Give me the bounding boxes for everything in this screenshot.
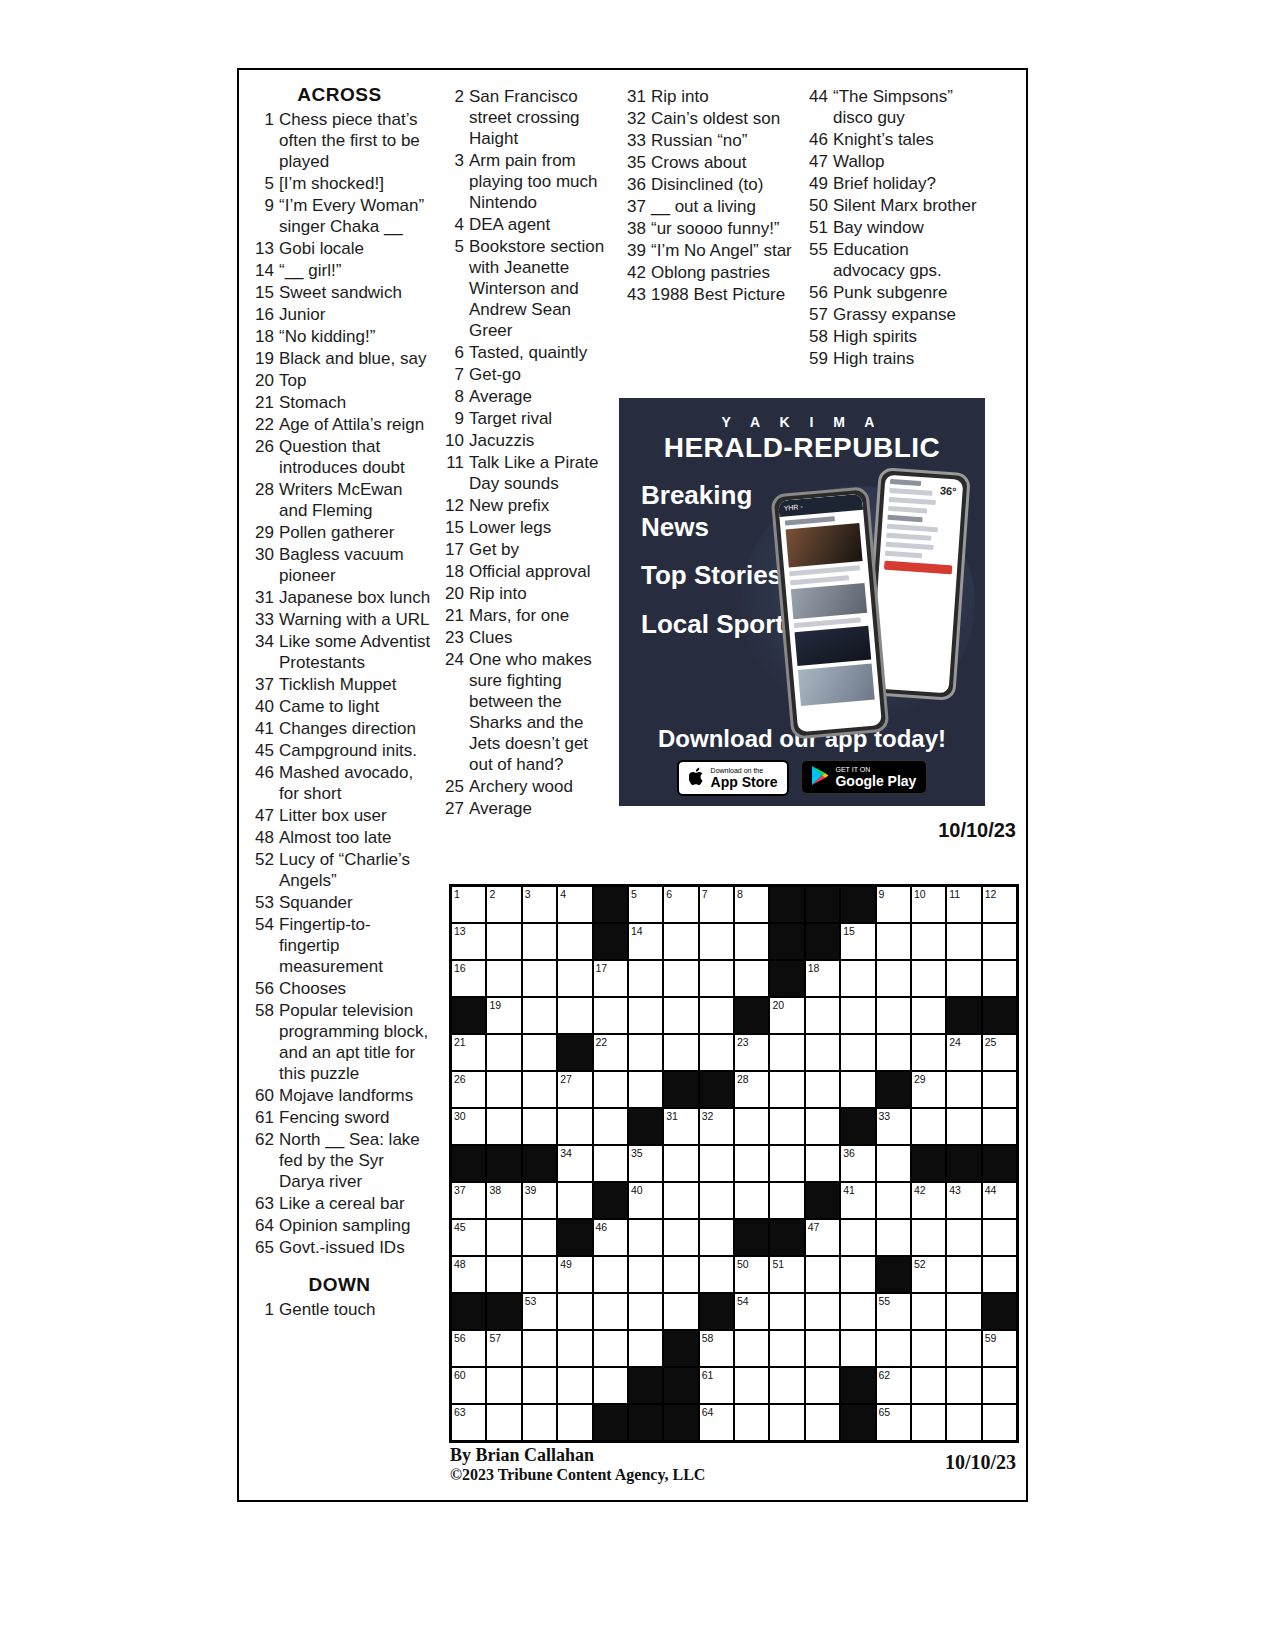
- grid-cell[interactable]: 41: [841, 1183, 874, 1218]
- grid-cell[interactable]: [487, 1072, 520, 1107]
- clue-text: Fingertip-to-fingertip measurement: [279, 914, 431, 977]
- clue-number: 3: [437, 150, 469, 213]
- clue: 30Bagless vacuum pioneer: [247, 544, 435, 586]
- cell-number: 18: [808, 962, 820, 974]
- grid-cell[interactable]: 43: [947, 1183, 980, 1218]
- grid-cell[interactable]: [770, 1072, 803, 1107]
- grid-cell[interactable]: [523, 1257, 556, 1292]
- cell-number: 57: [489, 1332, 501, 1344]
- clue: 16Junior: [247, 304, 435, 325]
- grid-cell[interactable]: [594, 1146, 627, 1181]
- grid-cell[interactable]: 20: [770, 998, 803, 1033]
- clue-text: “__ girl!”: [279, 260, 431, 281]
- grid-cell[interactable]: [877, 961, 910, 996]
- grid-cell[interactable]: [912, 1220, 945, 1255]
- clue-number: 61: [247, 1107, 279, 1128]
- clue-number: 5: [247, 173, 279, 194]
- grid-cell[interactable]: [912, 1035, 945, 1070]
- grid-cell[interactable]: [841, 1220, 874, 1255]
- clue-text: Archery wood: [469, 776, 615, 797]
- clue: 48Almost too late: [247, 827, 435, 848]
- grid-cell[interactable]: [806, 998, 839, 1033]
- clue-number: 11: [437, 452, 469, 494]
- cell-number: 24: [949, 1036, 961, 1048]
- grid-cell[interactable]: [594, 1257, 627, 1292]
- clue-text: Changes direction: [279, 718, 431, 739]
- grid-cell[interactable]: [770, 1183, 803, 1218]
- grid-cell[interactable]: 9: [877, 887, 910, 922]
- grid-cell[interactable]: [770, 1405, 803, 1440]
- grid-cell[interactable]: 57: [487, 1331, 520, 1366]
- down-header: DOWN: [247, 1274, 432, 1296]
- clue: 54Fingertip-to-fingertip measurement: [247, 914, 435, 977]
- grid-cell[interactable]: 65: [877, 1405, 910, 1440]
- cell-number: 11: [949, 888, 960, 900]
- grid-cell[interactable]: 29: [912, 1072, 945, 1107]
- grid-black-cell: [841, 887, 874, 922]
- grid-black-cell: [806, 924, 839, 959]
- grid-cell[interactable]: [700, 998, 733, 1033]
- grid-cell[interactable]: 49: [558, 1257, 591, 1292]
- grid-cell[interactable]: [700, 924, 733, 959]
- clue: 51Bay window: [801, 217, 991, 238]
- grid-cell[interactable]: 4: [558, 887, 591, 922]
- google-play-badge[interactable]: GET IT ON Google Play: [801, 760, 927, 794]
- grid-cell[interactable]: 62: [877, 1368, 910, 1403]
- grid-cell[interactable]: [629, 998, 662, 1033]
- clue-number: 12: [437, 495, 469, 516]
- grid-cell[interactable]: 8: [735, 887, 768, 922]
- grid-cell[interactable]: [664, 998, 697, 1033]
- grid-cell[interactable]: [806, 1146, 839, 1181]
- grid-cell[interactable]: [558, 1294, 591, 1329]
- grid-cell[interactable]: [912, 924, 945, 959]
- grid-black-cell: [735, 1220, 768, 1255]
- grid-cell[interactable]: [664, 961, 697, 996]
- grid-cell[interactable]: 46: [594, 1220, 627, 1255]
- grid-cell[interactable]: [700, 1183, 733, 1218]
- phone-screen: YHR ◦: [778, 494, 882, 732]
- grid-cell[interactable]: [558, 924, 591, 959]
- clue-text: Tasted, quaintly: [469, 342, 615, 363]
- clue-number: 43: [619, 284, 651, 305]
- grid-cell[interactable]: [487, 924, 520, 959]
- grid-cell[interactable]: [558, 1368, 591, 1403]
- clue-text: Cain’s oldest son: [651, 108, 797, 129]
- grid-cell[interactable]: [877, 1146, 910, 1181]
- grid-cell[interactable]: [947, 924, 980, 959]
- grid-cell[interactable]: [664, 1220, 697, 1255]
- grid-cell[interactable]: 16: [452, 961, 485, 996]
- grid-cell[interactable]: 33: [877, 1109, 910, 1144]
- clue-text: Ticklish Muppet: [279, 674, 431, 695]
- clue-text: Oblong pastries: [651, 262, 797, 283]
- grid-cell[interactable]: 42: [912, 1183, 945, 1218]
- clue-number: 2: [437, 86, 469, 149]
- clue-number: 1: [247, 1299, 279, 1320]
- grid-cell[interactable]: 25: [983, 1035, 1016, 1070]
- clue: 36Disinclined (to): [619, 174, 799, 195]
- grid-cell[interactable]: [487, 961, 520, 996]
- grid-black-cell: [735, 998, 768, 1033]
- clue-text: [I’m shocked!]: [279, 173, 431, 194]
- grid-cell[interactable]: 12: [983, 887, 1016, 922]
- cell-number: 16: [454, 962, 466, 974]
- grid-cell[interactable]: 22: [594, 1035, 627, 1070]
- grid-cell[interactable]: [912, 1109, 945, 1144]
- grid-cell[interactable]: [770, 1146, 803, 1181]
- grid-cell[interactable]: 2: [487, 887, 520, 922]
- clue: 57Grassy expanse: [801, 304, 991, 325]
- grid-cell[interactable]: [735, 1331, 768, 1366]
- clue: 47Wallop: [801, 151, 991, 172]
- cell-number: 23: [737, 1036, 749, 1048]
- clue-number: 31: [247, 587, 279, 608]
- clue-number: 44: [801, 86, 833, 128]
- grid-cell[interactable]: [806, 1072, 839, 1107]
- grid-cell[interactable]: [877, 1035, 910, 1070]
- grid-cell[interactable]: [947, 1072, 980, 1107]
- grid-cell[interactable]: [629, 1257, 662, 1292]
- grid-cell[interactable]: [629, 1072, 662, 1107]
- grid-black-cell: [629, 1368, 662, 1403]
- grid-cell[interactable]: [735, 1183, 768, 1218]
- grid-cell[interactable]: [806, 1368, 839, 1403]
- clue-number: 1: [247, 109, 279, 172]
- clue: 62North __ Sea: lake fed by the Syr Dary…: [247, 1129, 435, 1192]
- grid-cell[interactable]: 21: [452, 1035, 485, 1070]
- clue: 18“No kidding!”: [247, 326, 435, 347]
- clue-number: 20: [247, 370, 279, 391]
- grid-cell[interactable]: 17: [594, 961, 627, 996]
- grid-cell[interactable]: [983, 1257, 1016, 1292]
- grid-cell[interactable]: 64: [700, 1405, 733, 1440]
- grid-cell[interactable]: 50: [735, 1257, 768, 1292]
- cell-number: 55: [879, 1295, 891, 1307]
- clue-number: 31: [619, 86, 651, 107]
- grid-cell[interactable]: 45: [452, 1220, 485, 1255]
- grid-cell[interactable]: [841, 1257, 874, 1292]
- grid-cell[interactable]: [594, 1331, 627, 1366]
- grid-cell[interactable]: [558, 1405, 591, 1440]
- grid-cell[interactable]: [912, 1368, 945, 1403]
- grid-cell[interactable]: [912, 998, 945, 1033]
- grid-cell[interactable]: [877, 1183, 910, 1218]
- clue-text: Fencing sword: [279, 1107, 431, 1128]
- grid-cell[interactable]: [558, 961, 591, 996]
- grid-cell[interactable]: 56: [452, 1331, 485, 1366]
- clue: 24One who makes sure fighting between th…: [437, 649, 617, 775]
- grid-cell[interactable]: 40: [629, 1183, 662, 1218]
- grid-cell[interactable]: 24: [947, 1035, 980, 1070]
- grid-cell[interactable]: [947, 1368, 980, 1403]
- clue-number: 26: [247, 436, 279, 478]
- grid-cell[interactable]: [841, 1294, 874, 1329]
- grid-cell[interactable]: [735, 1109, 768, 1144]
- clue: 5[I’m shocked!]: [247, 173, 435, 194]
- grid-cell[interactable]: 26: [452, 1072, 485, 1107]
- grid-cell[interactable]: [947, 1220, 980, 1255]
- cell-number: 13: [454, 925, 466, 937]
- grid-cell[interactable]: [558, 998, 591, 1033]
- grid-cell[interactable]: [664, 1183, 697, 1218]
- grid-cell[interactable]: [594, 998, 627, 1033]
- clue-number: 47: [247, 805, 279, 826]
- grid-cell[interactable]: [594, 1294, 627, 1329]
- grid-cell[interactable]: 19: [487, 998, 520, 1033]
- grid-cell[interactable]: [735, 1368, 768, 1403]
- grid-cell[interactable]: 14: [629, 924, 662, 959]
- grid-cell[interactable]: [523, 998, 556, 1033]
- grid-cell[interactable]: 32: [700, 1109, 733, 1144]
- cell-number: 37: [454, 1184, 466, 1196]
- grid-cell[interactable]: [806, 1294, 839, 1329]
- grid-cell[interactable]: [983, 1405, 1016, 1440]
- clue: 20Rip into: [437, 583, 617, 604]
- grid-cell[interactable]: [629, 961, 662, 996]
- grid-cell[interactable]: 11: [947, 887, 980, 922]
- grid-cell[interactable]: [947, 1109, 980, 1144]
- grid-cell[interactable]: [735, 924, 768, 959]
- grid-cell[interactable]: [983, 1072, 1016, 1107]
- grid-cell[interactable]: [912, 961, 945, 996]
- cell-number: 2: [489, 888, 495, 900]
- grid-cell[interactable]: 53: [523, 1294, 556, 1329]
- clue-number: 9: [247, 195, 279, 237]
- grid-cell[interactable]: [735, 961, 768, 996]
- grid-cell[interactable]: [841, 1072, 874, 1107]
- grid-cell[interactable]: [700, 1146, 733, 1181]
- clue: 27Average: [437, 798, 617, 819]
- grid-cell[interactable]: 59: [983, 1331, 1016, 1366]
- grid-cell[interactable]: [523, 961, 556, 996]
- cell-number: 28: [737, 1073, 749, 1085]
- apple-icon: [689, 767, 705, 790]
- clue-number: 32: [619, 108, 651, 129]
- grid-cell[interactable]: [487, 1405, 520, 1440]
- grid-cell[interactable]: 47: [806, 1220, 839, 1255]
- grid-cell[interactable]: [664, 1294, 697, 1329]
- grid-cell[interactable]: 13: [452, 924, 485, 959]
- grid-cell[interactable]: 15: [841, 924, 874, 959]
- grid-cell[interactable]: 35: [629, 1146, 662, 1181]
- clue-text: Mashed avocado, for short: [279, 762, 431, 804]
- grid-cell[interactable]: [523, 1072, 556, 1107]
- clue: 8Average: [437, 386, 617, 407]
- clue: 56Chooses: [247, 978, 435, 999]
- grid-cell[interactable]: [806, 1331, 839, 1366]
- grid-cell[interactable]: [877, 924, 910, 959]
- grid-cell[interactable]: [558, 1109, 591, 1144]
- grid-cell[interactable]: 38: [487, 1183, 520, 1218]
- clue-number: 37: [619, 196, 651, 217]
- grid-cell[interactable]: 3: [523, 887, 556, 922]
- clue-text: Bay window: [833, 217, 979, 238]
- down-clue-list-part3: 31Rip into32Cain’s oldest son33Russian “…: [619, 86, 799, 305]
- cell-number: 12: [985, 888, 997, 900]
- grid-cell[interactable]: [523, 1109, 556, 1144]
- grid-cell[interactable]: [594, 1109, 627, 1144]
- grid-cell[interactable]: [629, 1220, 662, 1255]
- clue-number: 18: [437, 561, 469, 582]
- grid-cell[interactable]: 63: [452, 1405, 485, 1440]
- clue: 41Changes direction: [247, 718, 435, 739]
- grid-cell[interactable]: [841, 961, 874, 996]
- grid-cell[interactable]: [664, 1035, 697, 1070]
- grid-cell[interactable]: 27: [558, 1072, 591, 1107]
- grid-cell[interactable]: 52: [912, 1257, 945, 1292]
- grid-cell[interactable]: [487, 1109, 520, 1144]
- grid-cell[interactable]: [806, 1035, 839, 1070]
- grid-cell[interactable]: 1: [452, 887, 485, 922]
- grid-cell[interactable]: 31: [664, 1109, 697, 1144]
- grid-cell[interactable]: [841, 1331, 874, 1366]
- cell-number: 17: [596, 962, 608, 974]
- phone-news-photo: [798, 664, 875, 706]
- grid-cell[interactable]: 5: [629, 887, 662, 922]
- grid-cell[interactable]: 48: [452, 1257, 485, 1292]
- grid-cell[interactable]: 44: [983, 1183, 1016, 1218]
- grid-cell[interactable]: [664, 1257, 697, 1292]
- grid-cell[interactable]: [912, 1331, 945, 1366]
- grid-cell[interactable]: [770, 1294, 803, 1329]
- grid-cell[interactable]: [700, 1035, 733, 1070]
- grid-cell[interactable]: [806, 1405, 839, 1440]
- puzzle-border-box: ACROSS 1Chess piece that’s often the fir…: [237, 68, 1028, 1502]
- grid-cell[interactable]: 34: [558, 1146, 591, 1181]
- cell-number: 1: [454, 888, 460, 900]
- grid-cell[interactable]: 61: [700, 1368, 733, 1403]
- grid-cell[interactable]: [947, 961, 980, 996]
- grid-cell[interactable]: [877, 1331, 910, 1366]
- grid-cell[interactable]: 7: [700, 887, 733, 922]
- grid-cell[interactable]: [947, 1294, 980, 1329]
- grid-cell[interactable]: [629, 1294, 662, 1329]
- grid-cell[interactable]: [700, 1220, 733, 1255]
- grid-cell[interactable]: [629, 1035, 662, 1070]
- grid-cell[interactable]: [487, 1368, 520, 1403]
- clue-text: Rip into: [651, 86, 797, 107]
- grid-cell[interactable]: 54: [735, 1294, 768, 1329]
- clue-number: 6: [437, 342, 469, 363]
- grid-cell[interactable]: [558, 1331, 591, 1366]
- grid-cell[interactable]: [983, 1368, 1016, 1403]
- grid-cell[interactable]: 23: [735, 1035, 768, 1070]
- grid-black-cell: [770, 887, 803, 922]
- clue: 22Age of Attila’s reign: [247, 414, 435, 435]
- grid-black-cell: [452, 998, 485, 1033]
- grid-cell[interactable]: [877, 1220, 910, 1255]
- grid-cell[interactable]: [806, 1109, 839, 1144]
- grid-cell[interactable]: 10: [912, 887, 945, 922]
- grid-cell[interactable]: [735, 1405, 768, 1440]
- grid-cell[interactable]: 55: [877, 1294, 910, 1329]
- grid-cell[interactable]: 60: [452, 1368, 485, 1403]
- grid-cell[interactable]: [700, 1257, 733, 1292]
- grid-cell[interactable]: [629, 1331, 662, 1366]
- grid-black-cell: [558, 1035, 591, 1070]
- grid-cell[interactable]: 18: [806, 961, 839, 996]
- grid-cell[interactable]: [770, 1368, 803, 1403]
- phone-news-photo: [795, 626, 872, 666]
- cell-number: 9: [879, 888, 885, 900]
- grid-cell[interactable]: [700, 961, 733, 996]
- cell-number: 60: [454, 1369, 466, 1381]
- clue: 45Campground inits.: [247, 740, 435, 761]
- clue-text: “ur soooo funny!”: [651, 218, 797, 239]
- grid-cell[interactable]: 51: [770, 1257, 803, 1292]
- grid-cell[interactable]: [947, 1257, 980, 1292]
- clue: 46Knight’s tales: [801, 129, 991, 150]
- grid-cell[interactable]: [841, 1035, 874, 1070]
- grid-cell[interactable]: [983, 961, 1016, 996]
- grid-cell[interactable]: [770, 1109, 803, 1144]
- grid-cell[interactable]: [594, 1368, 627, 1403]
- grid-cell[interactable]: [806, 1257, 839, 1292]
- grid-cell[interactable]: 36: [841, 1146, 874, 1181]
- grid-cell[interactable]: [487, 1257, 520, 1292]
- grid-cell[interactable]: [487, 1035, 520, 1070]
- grid-cell[interactable]: [912, 1294, 945, 1329]
- grid-cell[interactable]: [947, 1405, 980, 1440]
- cell-number: 38: [489, 1184, 501, 1196]
- clue-text: Russian “no”: [651, 130, 797, 151]
- grid-cell[interactable]: 39: [523, 1183, 556, 1218]
- grid-cell[interactable]: [983, 924, 1016, 959]
- grid-cell[interactable]: [735, 1146, 768, 1181]
- grid-cell[interactable]: 58: [700, 1331, 733, 1366]
- cell-number: 26: [454, 1073, 466, 1085]
- grid-cell[interactable]: 28: [735, 1072, 768, 1107]
- grid-cell[interactable]: 6: [664, 887, 697, 922]
- app-store-badge[interactable]: Download on the App Store: [677, 760, 790, 796]
- grid-cell[interactable]: [664, 1146, 697, 1181]
- grid-cell[interactable]: 30: [452, 1109, 485, 1144]
- grid-cell[interactable]: [523, 924, 556, 959]
- clue: 13Gobi locale: [247, 238, 435, 259]
- grid-cell[interactable]: 37: [452, 1183, 485, 1218]
- grid-cell[interactable]: [487, 1220, 520, 1255]
- clue: 26Question that introduces doubt: [247, 436, 435, 478]
- grid-cell[interactable]: [983, 1109, 1016, 1144]
- grid-cell[interactable]: [523, 1368, 556, 1403]
- grid-cell[interactable]: [664, 924, 697, 959]
- grid-cell[interactable]: [594, 1072, 627, 1107]
- clue: 53Squander: [247, 892, 435, 913]
- grid-cell[interactable]: [947, 1331, 980, 1366]
- clue-text: Silent Marx brother: [833, 195, 979, 216]
- grid-cell[interactable]: [983, 1220, 1016, 1255]
- grid-black-cell: [806, 1183, 839, 1218]
- grid-cell[interactable]: [877, 998, 910, 1033]
- grid-cell[interactable]: [558, 1183, 591, 1218]
- clue-text: Wallop: [833, 151, 979, 172]
- clue: 1Gentle touch: [247, 1299, 435, 1320]
- clue: 31Japanese box lunch: [247, 587, 435, 608]
- grid-cell[interactable]: [841, 998, 874, 1033]
- grid-black-cell: [452, 1146, 485, 1181]
- grid-cell[interactable]: [523, 1405, 556, 1440]
- clue-number: 53: [247, 892, 279, 913]
- grid-cell[interactable]: [523, 1220, 556, 1255]
- clue-text: Gentle touch: [279, 1299, 431, 1320]
- grid-cell[interactable]: [912, 1405, 945, 1440]
- grid-cell[interactable]: [770, 1035, 803, 1070]
- grid-cell[interactable]: [523, 1331, 556, 1366]
- cell-number: 61: [702, 1369, 714, 1381]
- grid-cell[interactable]: [523, 1035, 556, 1070]
- grid-cell[interactable]: [770, 1331, 803, 1366]
